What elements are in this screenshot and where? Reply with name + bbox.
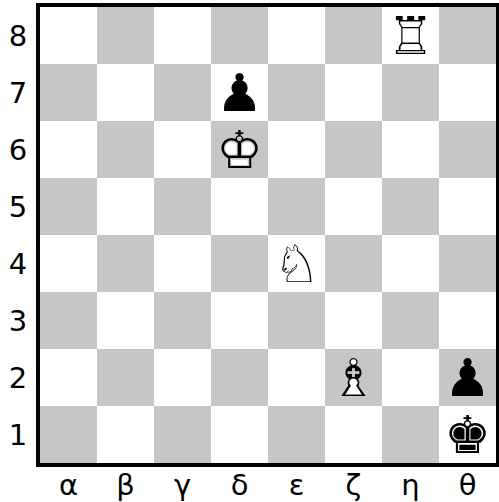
file-label-η: η bbox=[382, 469, 439, 501]
rank-label-4: 4 bbox=[0, 235, 36, 292]
square-θ2[interactable]: ♟ bbox=[439, 349, 496, 406]
piece-white-knight: ♞♘ bbox=[268, 235, 325, 292]
square-η7[interactable] bbox=[382, 64, 439, 121]
chess-diagram: 87654321 ♜♖♟♚♔♞♘♝♗♟♚ αβγδεζηθ bbox=[0, 0, 499, 502]
square-η4[interactable] bbox=[382, 235, 439, 292]
file-labels: αβγδεζηθ bbox=[40, 467, 496, 501]
rank-labels: 87654321 bbox=[0, 3, 36, 467]
square-β2[interactable] bbox=[97, 349, 154, 406]
square-α6[interactable] bbox=[40, 121, 97, 178]
square-ε1[interactable] bbox=[268, 406, 325, 463]
square-α8[interactable] bbox=[40, 7, 97, 64]
square-α4[interactable] bbox=[40, 235, 97, 292]
file-labels-row: αβγδεζηθ bbox=[0, 467, 499, 501]
white-king-icon: ♔ bbox=[216, 124, 263, 176]
piece-white-bishop: ♝♗ bbox=[325, 349, 382, 406]
square-β1[interactable] bbox=[97, 406, 154, 463]
square-θ8[interactable] bbox=[439, 7, 496, 64]
rank-label-8: 8 bbox=[0, 7, 36, 64]
square-α7[interactable] bbox=[40, 64, 97, 121]
square-η6[interactable] bbox=[382, 121, 439, 178]
square-ζ3[interactable] bbox=[325, 292, 382, 349]
square-δ6[interactable]: ♚♔ bbox=[211, 121, 268, 178]
square-β8[interactable] bbox=[97, 7, 154, 64]
square-η5[interactable] bbox=[382, 178, 439, 235]
square-ε8[interactable] bbox=[268, 7, 325, 64]
square-δ8[interactable] bbox=[211, 7, 268, 64]
square-ε7[interactable] bbox=[268, 64, 325, 121]
square-γ8[interactable] bbox=[154, 7, 211, 64]
square-ζ1[interactable] bbox=[325, 406, 382, 463]
square-η2[interactable] bbox=[382, 349, 439, 406]
piece-white-rook: ♜♖ bbox=[382, 7, 439, 64]
square-η1[interactable] bbox=[382, 406, 439, 463]
square-β5[interactable] bbox=[97, 178, 154, 235]
rank-label-7: 7 bbox=[0, 64, 36, 121]
square-δ1[interactable] bbox=[211, 406, 268, 463]
square-α1[interactable] bbox=[40, 406, 97, 463]
white-bishop-icon: ♗ bbox=[330, 352, 377, 404]
square-η8[interactable]: ♜♖ bbox=[382, 7, 439, 64]
square-γ4[interactable] bbox=[154, 235, 211, 292]
square-θ3[interactable] bbox=[439, 292, 496, 349]
black-pawn-icon: ♟ bbox=[444, 352, 491, 404]
square-δ4[interactable] bbox=[211, 235, 268, 292]
square-β6[interactable] bbox=[97, 121, 154, 178]
board-row: 87654321 ♜♖♟♚♔♞♘♝♗♟♚ bbox=[0, 3, 499, 467]
black-pawn-icon: ♟ bbox=[216, 67, 263, 119]
file-label-ε: ε bbox=[268, 469, 325, 501]
square-ε5[interactable] bbox=[268, 178, 325, 235]
square-ζ4[interactable] bbox=[325, 235, 382, 292]
square-δ2[interactable] bbox=[211, 349, 268, 406]
rank-label-5: 5 bbox=[0, 178, 36, 235]
file-labels-spacer bbox=[0, 467, 40, 501]
square-θ6[interactable] bbox=[439, 121, 496, 178]
file-label-β: β bbox=[97, 469, 154, 501]
square-θ5[interactable] bbox=[439, 178, 496, 235]
square-γ6[interactable] bbox=[154, 121, 211, 178]
file-label-γ: γ bbox=[154, 469, 211, 501]
rank-label-1: 1 bbox=[0, 406, 36, 463]
square-ζ5[interactable] bbox=[325, 178, 382, 235]
square-γ1[interactable] bbox=[154, 406, 211, 463]
square-δ7[interactable]: ♟ bbox=[211, 64, 268, 121]
square-β3[interactable] bbox=[97, 292, 154, 349]
chess-board: ♜♖♟♚♔♞♘♝♗♟♚ bbox=[36, 3, 499, 467]
square-γ7[interactable] bbox=[154, 64, 211, 121]
rank-label-3: 3 bbox=[0, 292, 36, 349]
black-king-icon: ♚ bbox=[444, 409, 491, 461]
piece-black-pawn: ♟ bbox=[211, 64, 268, 121]
square-γ5[interactable] bbox=[154, 178, 211, 235]
square-ζ8[interactable] bbox=[325, 7, 382, 64]
file-label-ζ: ζ bbox=[325, 469, 382, 501]
white-knight-icon: ♘ bbox=[273, 238, 320, 290]
square-δ5[interactable] bbox=[211, 178, 268, 235]
square-ζ6[interactable] bbox=[325, 121, 382, 178]
square-η3[interactable] bbox=[382, 292, 439, 349]
piece-white-king: ♚♔ bbox=[211, 121, 268, 178]
piece-black-king: ♚ bbox=[439, 406, 496, 463]
square-γ3[interactable] bbox=[154, 292, 211, 349]
white-rook-icon: ♖ bbox=[387, 10, 434, 62]
square-γ2[interactable] bbox=[154, 349, 211, 406]
square-ε4[interactable]: ♞♘ bbox=[268, 235, 325, 292]
square-ε2[interactable] bbox=[268, 349, 325, 406]
file-label-α: α bbox=[40, 469, 97, 501]
square-α5[interactable] bbox=[40, 178, 97, 235]
square-θ4[interactable] bbox=[439, 235, 496, 292]
file-label-θ: θ bbox=[439, 469, 496, 501]
square-ε6[interactable] bbox=[268, 121, 325, 178]
rank-label-2: 2 bbox=[0, 349, 36, 406]
square-ε3[interactable] bbox=[268, 292, 325, 349]
piece-black-pawn: ♟ bbox=[439, 349, 496, 406]
rank-label-6: 6 bbox=[0, 121, 36, 178]
square-θ7[interactable] bbox=[439, 64, 496, 121]
square-ζ7[interactable] bbox=[325, 64, 382, 121]
square-α2[interactable] bbox=[40, 349, 97, 406]
file-label-δ: δ bbox=[211, 469, 268, 501]
square-ζ2[interactable]: ♝♗ bbox=[325, 349, 382, 406]
square-δ3[interactable] bbox=[211, 292, 268, 349]
square-α3[interactable] bbox=[40, 292, 97, 349]
square-θ1[interactable]: ♚ bbox=[439, 406, 496, 463]
square-β4[interactable] bbox=[97, 235, 154, 292]
square-β7[interactable] bbox=[97, 64, 154, 121]
